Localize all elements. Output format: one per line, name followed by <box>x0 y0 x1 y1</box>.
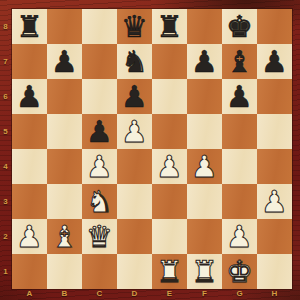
square-b5[interactable] <box>47 114 82 149</box>
square-c3[interactable]: ♞ <box>82 184 117 219</box>
square-d8[interactable]: ♛ <box>117 9 152 44</box>
rank-label-6: 6 <box>0 79 11 114</box>
square-b3[interactable] <box>47 184 82 219</box>
piece-black-pawn[interactable]: ♟ <box>187 44 222 79</box>
piece-black-pawn[interactable]: ♟ <box>12 79 47 114</box>
square-d3[interactable] <box>117 184 152 219</box>
piece-white-pawn[interactable]: ♟ <box>152 149 187 184</box>
piece-black-pawn[interactable]: ♟ <box>257 44 292 79</box>
square-e8[interactable]: ♜ <box>152 9 187 44</box>
file-label-e: E <box>152 288 187 300</box>
square-c5[interactable]: ♟ <box>82 114 117 149</box>
square-h4[interactable] <box>257 149 292 184</box>
file-label-a: A <box>12 288 47 300</box>
rank-label-7: 7 <box>0 44 11 79</box>
piece-white-rook[interactable]: ♜ <box>187 254 222 289</box>
square-e7[interactable] <box>152 44 187 79</box>
square-b6[interactable] <box>47 79 82 114</box>
square-d1[interactable] <box>117 254 152 289</box>
square-a8[interactable]: ♜ <box>12 9 47 44</box>
piece-white-pawn[interactable]: ♟ <box>12 219 47 254</box>
rank-label-2: 2 <box>0 219 11 254</box>
square-h1[interactable] <box>257 254 292 289</box>
file-label-c: C <box>82 288 117 300</box>
rank-label-1: 1 <box>0 254 11 289</box>
square-g7[interactable]: ♝ <box>222 44 257 79</box>
square-d6[interactable]: ♟ <box>117 79 152 114</box>
file-label-b: B <box>47 288 82 300</box>
file-label-d: D <box>117 288 152 300</box>
square-f2[interactable] <box>187 219 222 254</box>
square-c1[interactable] <box>82 254 117 289</box>
square-g5[interactable] <box>222 114 257 149</box>
square-b1[interactable] <box>47 254 82 289</box>
square-b8[interactable] <box>47 9 82 44</box>
square-h3[interactable]: ♟ <box>257 184 292 219</box>
square-b2[interactable]: ♝ <box>47 219 82 254</box>
piece-white-pawn[interactable]: ♟ <box>82 149 117 184</box>
piece-white-bishop[interactable]: ♝ <box>47 219 82 254</box>
square-f8[interactable] <box>187 9 222 44</box>
piece-black-rook[interactable]: ♜ <box>152 9 187 44</box>
square-g6[interactable]: ♟ <box>222 79 257 114</box>
rank-label-5: 5 <box>0 114 11 149</box>
square-c4[interactable]: ♟ <box>82 149 117 184</box>
square-e5[interactable] <box>152 114 187 149</box>
piece-black-rook[interactable]: ♜ <box>12 9 47 44</box>
square-c8[interactable] <box>82 9 117 44</box>
square-h5[interactable] <box>257 114 292 149</box>
square-h2[interactable] <box>257 219 292 254</box>
square-h7[interactable]: ♟ <box>257 44 292 79</box>
square-e3[interactable] <box>152 184 187 219</box>
square-f1[interactable]: ♜ <box>187 254 222 289</box>
square-b7[interactable]: ♟ <box>47 44 82 79</box>
square-h6[interactable] <box>257 79 292 114</box>
chess-board: ♜♛♜♚♟♞♟♝♟♟♟♟♟♟♟♟♟♞♟♟♝♛♟♜♜♚ <box>12 9 292 289</box>
square-e2[interactable] <box>152 219 187 254</box>
square-g3[interactable] <box>222 184 257 219</box>
square-d5[interactable]: ♟ <box>117 114 152 149</box>
piece-black-king[interactable]: ♚ <box>222 9 257 44</box>
square-a5[interactable] <box>12 114 47 149</box>
square-d7[interactable]: ♞ <box>117 44 152 79</box>
square-a4[interactable] <box>12 149 47 184</box>
piece-black-queen[interactable]: ♛ <box>117 9 152 44</box>
square-e1[interactable]: ♜ <box>152 254 187 289</box>
square-e6[interactable] <box>152 79 187 114</box>
square-c7[interactable] <box>82 44 117 79</box>
piece-white-pawn[interactable]: ♟ <box>222 219 257 254</box>
file-label-f: F <box>187 288 222 300</box>
file-label-g: G <box>222 288 257 300</box>
square-a1[interactable] <box>12 254 47 289</box>
square-g1[interactable]: ♚ <box>222 254 257 289</box>
square-a3[interactable] <box>12 184 47 219</box>
square-g4[interactable] <box>222 149 257 184</box>
square-b4[interactable] <box>47 149 82 184</box>
square-d2[interactable] <box>117 219 152 254</box>
square-h8[interactable] <box>257 9 292 44</box>
square-f7[interactable]: ♟ <box>187 44 222 79</box>
rank-label-4: 4 <box>0 149 11 184</box>
piece-white-pawn[interactable]: ♟ <box>257 184 292 219</box>
piece-black-pawn[interactable]: ♟ <box>222 79 257 114</box>
piece-white-rook[interactable]: ♜ <box>152 254 187 289</box>
piece-white-pawn[interactable]: ♟ <box>187 149 222 184</box>
square-e4[interactable]: ♟ <box>152 149 187 184</box>
piece-black-pawn[interactable]: ♟ <box>47 44 82 79</box>
square-a6[interactable]: ♟ <box>12 79 47 114</box>
piece-black-knight[interactable]: ♞ <box>117 44 152 79</box>
square-d4[interactable] <box>117 149 152 184</box>
piece-black-pawn[interactable]: ♟ <box>117 79 152 114</box>
rank-label-8: 8 <box>0 9 11 44</box>
file-label-h: H <box>257 288 292 300</box>
rank-label-3: 3 <box>0 184 11 219</box>
chess-app: ♜♛♜♚♟♞♟♝♟♟♟♟♟♟♟♟♟♞♟♟♝♛♟♜♜♚ 87654321ABCDE… <box>0 0 300 300</box>
square-a2[interactable]: ♟ <box>12 219 47 254</box>
piece-black-pawn[interactable]: ♟ <box>82 114 117 149</box>
square-g8[interactable]: ♚ <box>222 9 257 44</box>
square-g2[interactable]: ♟ <box>222 219 257 254</box>
piece-white-pawn[interactable]: ♟ <box>117 114 152 149</box>
piece-white-knight[interactable]: ♞ <box>82 184 117 219</box>
square-c2[interactable]: ♛ <box>82 219 117 254</box>
square-f6[interactable] <box>187 79 222 114</box>
square-a7[interactable] <box>12 44 47 79</box>
square-f3[interactable] <box>187 184 222 219</box>
square-f5[interactable] <box>187 114 222 149</box>
square-c6[interactable] <box>82 79 117 114</box>
piece-white-king[interactable]: ♚ <box>222 254 257 289</box>
piece-black-bishop[interactable]: ♝ <box>222 44 257 79</box>
piece-white-queen[interactable]: ♛ <box>82 219 117 254</box>
square-f4[interactable]: ♟ <box>187 149 222 184</box>
